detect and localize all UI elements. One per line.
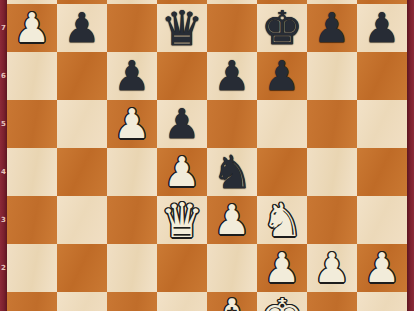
piece-white-pawn: ♟ — [164, 148, 201, 196]
square-c6[interactable]: ♟ — [107, 52, 157, 100]
square-d7[interactable]: ♛ — [157, 4, 207, 52]
piece-black-pawn: ♟ — [364, 4, 401, 52]
piece-white-pawn: ♟ — [264, 244, 301, 292]
square-c2[interactable] — [107, 244, 157, 292]
rank-label-6: 6 — [0, 73, 7, 80]
square-e3[interactable]: ♟ — [207, 196, 257, 244]
piece-white-pawn: ♟ — [214, 196, 251, 244]
square-h4[interactable] — [357, 148, 407, 196]
square-d1[interactable] — [157, 292, 207, 311]
square-d4[interactable]: ♟ — [157, 148, 207, 196]
square-f2[interactable]: ♟ — [257, 244, 307, 292]
square-b2[interactable] — [57, 244, 107, 292]
piece-black-pawn: ♟ — [314, 4, 351, 52]
rank-label-7: 7 — [0, 25, 7, 32]
rank-label-5: 5 — [0, 121, 7, 128]
square-c1[interactable] — [107, 292, 157, 311]
square-e4[interactable]: ♞ — [207, 148, 257, 196]
square-g7[interactable]: ♟ — [307, 4, 357, 52]
piece-black-pawn: ♟ — [214, 52, 251, 100]
square-b5[interactable] — [57, 100, 107, 148]
square-a7[interactable]: ♟ — [7, 4, 57, 52]
square-e6[interactable]: ♟ — [207, 52, 257, 100]
square-c3[interactable] — [107, 196, 157, 244]
square-a2[interactable] — [7, 244, 57, 292]
square-e5[interactable] — [207, 100, 257, 148]
piece-white-king: ♚ — [261, 292, 303, 311]
square-a6[interactable] — [7, 52, 57, 100]
rank-label-3: 3 — [0, 217, 7, 224]
square-g3[interactable] — [307, 196, 357, 244]
chess-board-screenshot: 765432 ♟♟♛♚♟♟♟♟♟♟♟♟♞♛♟♞♟♟♟♝♚ — [0, 0, 414, 311]
square-h1[interactable] — [357, 292, 407, 311]
square-b4[interactable] — [57, 148, 107, 196]
piece-white-pawn: ♟ — [364, 244, 401, 292]
square-d6[interactable] — [157, 52, 207, 100]
rank-label-2: 2 — [0, 265, 7, 272]
square-f5[interactable] — [257, 100, 307, 148]
square-a4[interactable] — [7, 148, 57, 196]
piece-white-pawn: ♟ — [314, 244, 351, 292]
piece-black-pawn: ♟ — [64, 4, 101, 52]
chess-board: ♟♟♛♚♟♟♟♟♟♟♟♟♞♛♟♞♟♟♟♝♚ — [7, 0, 407, 311]
square-b1[interactable] — [57, 292, 107, 311]
square-f4[interactable] — [257, 148, 307, 196]
rank-label-4: 4 — [0, 169, 7, 176]
square-e2[interactable] — [207, 244, 257, 292]
square-c5[interactable]: ♟ — [107, 100, 157, 148]
square-a3[interactable] — [7, 196, 57, 244]
square-d5[interactable]: ♟ — [157, 100, 207, 148]
board-frame-left: 765432 — [0, 0, 7, 311]
square-f3[interactable]: ♞ — [257, 196, 307, 244]
square-g1[interactable] — [307, 292, 357, 311]
square-f7[interactable]: ♚ — [257, 4, 307, 52]
square-b7[interactable]: ♟ — [57, 4, 107, 52]
piece-black-knight: ♞ — [211, 148, 252, 196]
square-g2[interactable]: ♟ — [307, 244, 357, 292]
piece-white-pawn: ♟ — [14, 4, 51, 52]
square-d3[interactable]: ♛ — [157, 196, 207, 244]
square-h7[interactable]: ♟ — [357, 4, 407, 52]
square-c7[interactable] — [107, 4, 157, 52]
piece-white-pawn: ♟ — [114, 100, 151, 148]
piece-white-knight: ♞ — [261, 196, 302, 244]
square-c4[interactable] — [107, 148, 157, 196]
square-h6[interactable] — [357, 52, 407, 100]
piece-black-king: ♚ — [261, 4, 303, 52]
square-g5[interactable] — [307, 100, 357, 148]
square-h5[interactable] — [357, 100, 407, 148]
board-frame-right — [407, 0, 414, 311]
square-g6[interactable] — [307, 52, 357, 100]
piece-black-pawn: ♟ — [264, 52, 301, 100]
square-h3[interactable] — [357, 196, 407, 244]
square-b6[interactable] — [57, 52, 107, 100]
piece-black-pawn: ♟ — [164, 100, 201, 148]
piece-black-pawn: ♟ — [114, 52, 151, 100]
square-d2[interactable] — [157, 244, 207, 292]
square-g4[interactable] — [307, 148, 357, 196]
square-e1[interactable]: ♝ — [207, 292, 257, 311]
square-a5[interactable] — [7, 100, 57, 148]
piece-black-queen: ♛ — [160, 4, 203, 52]
square-h2[interactable]: ♟ — [357, 244, 407, 292]
square-f6[interactable]: ♟ — [257, 52, 307, 100]
piece-white-bishop: ♝ — [212, 292, 252, 311]
square-a1[interactable] — [7, 292, 57, 311]
square-f1[interactable]: ♚ — [257, 292, 307, 311]
square-b3[interactable] — [57, 196, 107, 244]
piece-white-queen: ♛ — [160, 196, 203, 244]
square-e7[interactable] — [207, 4, 257, 52]
